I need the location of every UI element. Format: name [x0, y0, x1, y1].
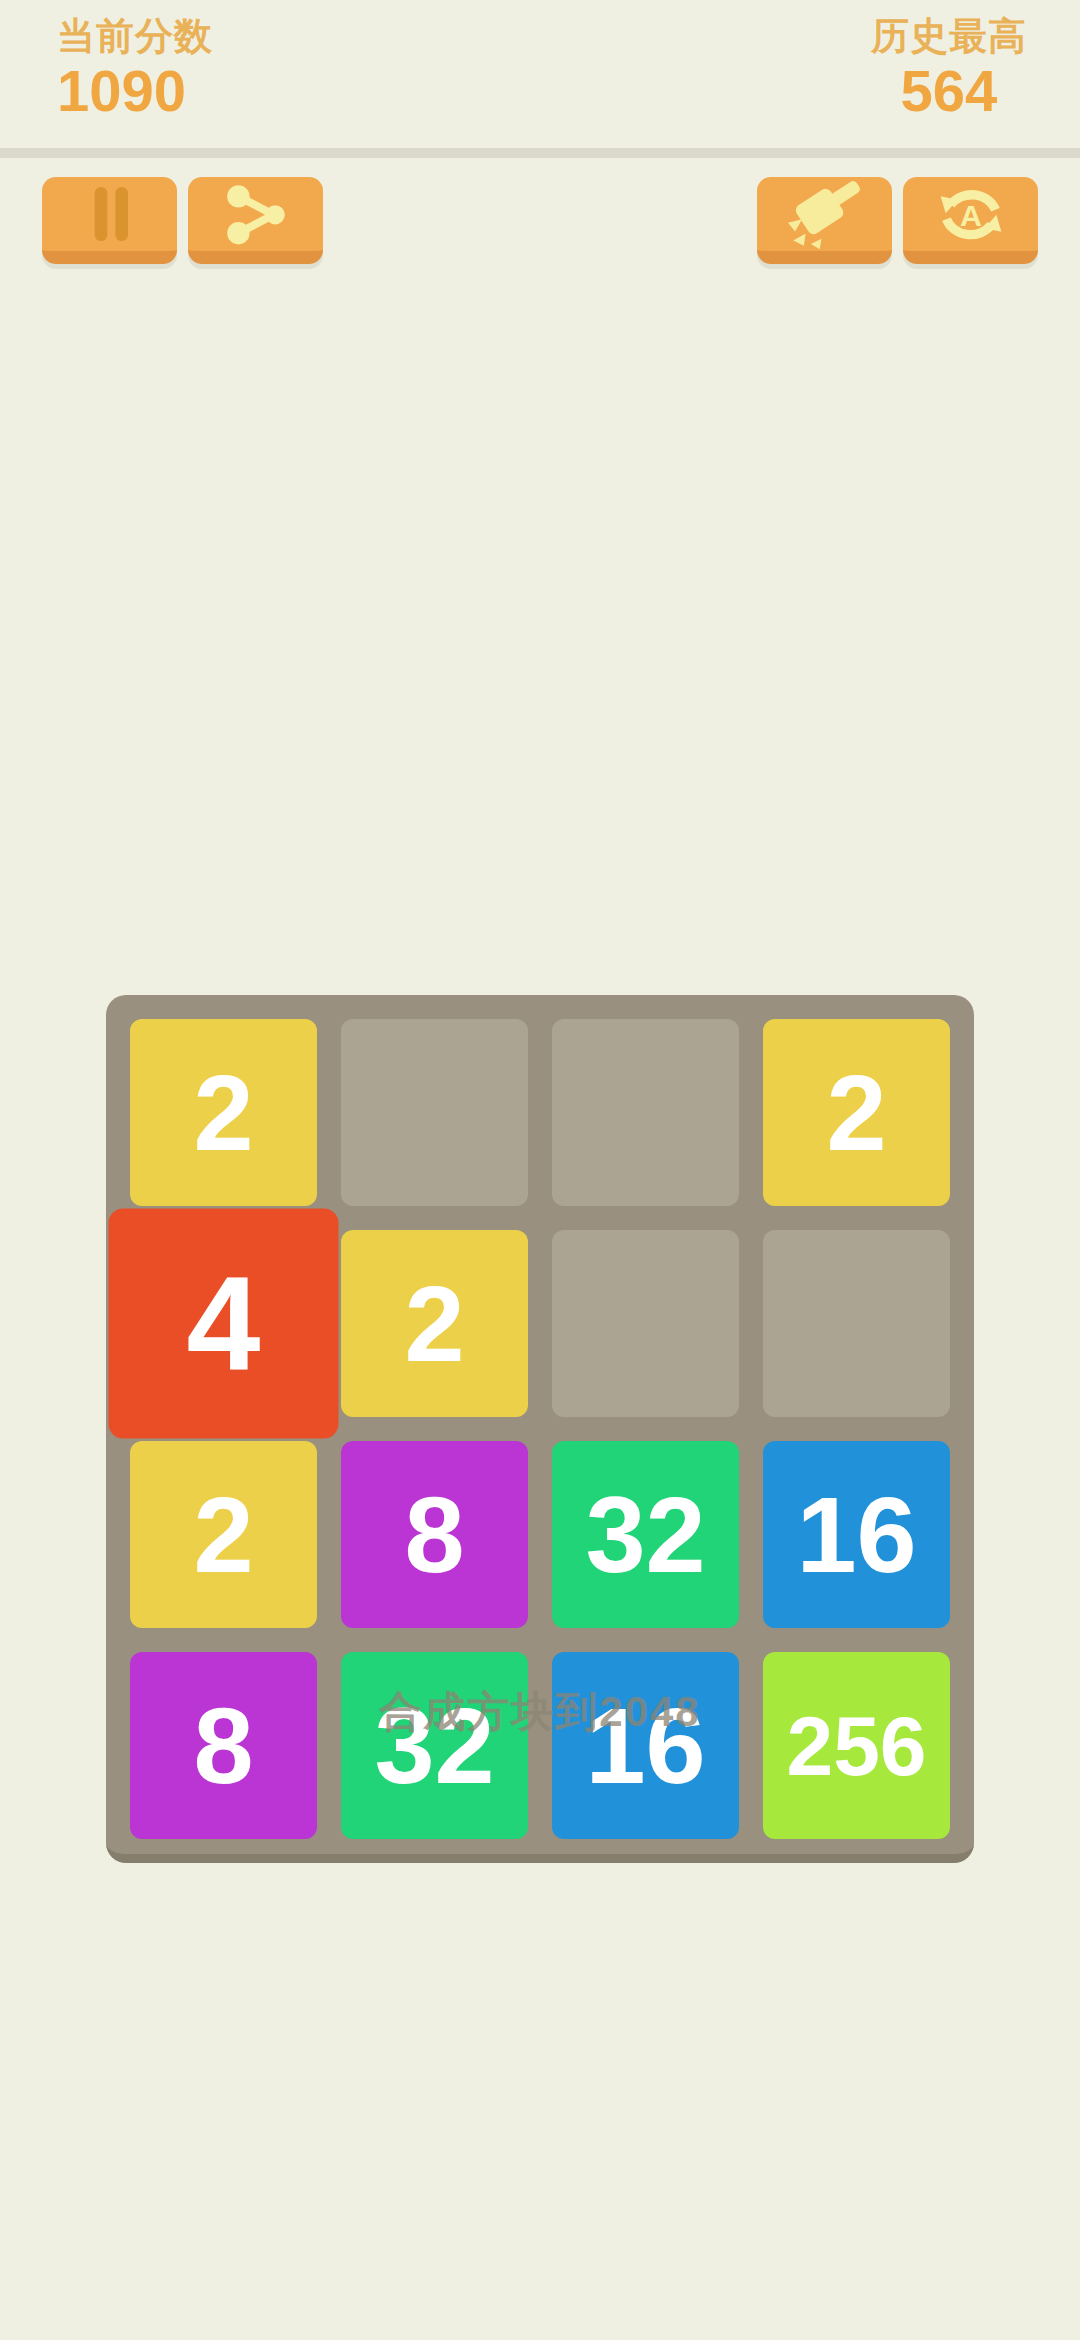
toolbar-left: [42, 177, 323, 264]
tile-8: 8: [130, 1652, 317, 1839]
best-score-group: 历史最高 564: [871, 14, 1027, 122]
tile-2: 2: [763, 1019, 950, 1206]
toolbar-right: A: [757, 177, 1038, 264]
tile-256: 256: [763, 1652, 950, 1839]
auto-restart-icon: A: [928, 176, 1014, 252]
board-grid[interactable]: 224228321683216256: [106, 995, 974, 1863]
svg-text:A: A: [960, 198, 982, 232]
tile-32: 32: [552, 1441, 739, 1628]
score-bar: 当前分数 1090 历史最高 564: [0, 0, 1080, 148]
tile-4: 4: [108, 1208, 338, 1438]
pause-button[interactable]: [42, 177, 177, 264]
tile-16: 16: [763, 1441, 950, 1628]
current-score-label: 当前分数: [57, 14, 213, 58]
empty-cell: [763, 1230, 950, 1417]
tile-32: 32: [341, 1652, 528, 1839]
tile-2: 2: [130, 1441, 317, 1628]
best-score-value: 564: [871, 60, 1027, 122]
hammer-icon: [779, 177, 871, 251]
share-icon: [216, 178, 296, 250]
header-divider: [0, 148, 1080, 158]
best-score-label: 历史最高: [871, 14, 1027, 58]
current-score-group: 当前分数 1090: [57, 14, 213, 122]
board: 224228321683216256: [106, 995, 974, 1863]
empty-cell: [552, 1019, 739, 1206]
auto-restart-button[interactable]: A: [903, 177, 1038, 264]
hammer-button[interactable]: [757, 177, 892, 264]
current-score-value: 1090: [57, 60, 213, 122]
pause-icon: [65, 178, 155, 250]
toolbar: A: [0, 177, 1080, 297]
empty-cell: [341, 1019, 528, 1206]
tile-16: 16: [552, 1652, 739, 1839]
empty-cell: [552, 1230, 739, 1417]
tile-8: 8: [341, 1441, 528, 1628]
tile-2: 2: [130, 1019, 317, 1206]
tile-2: 2: [341, 1230, 528, 1417]
share-button[interactable]: [188, 177, 323, 264]
